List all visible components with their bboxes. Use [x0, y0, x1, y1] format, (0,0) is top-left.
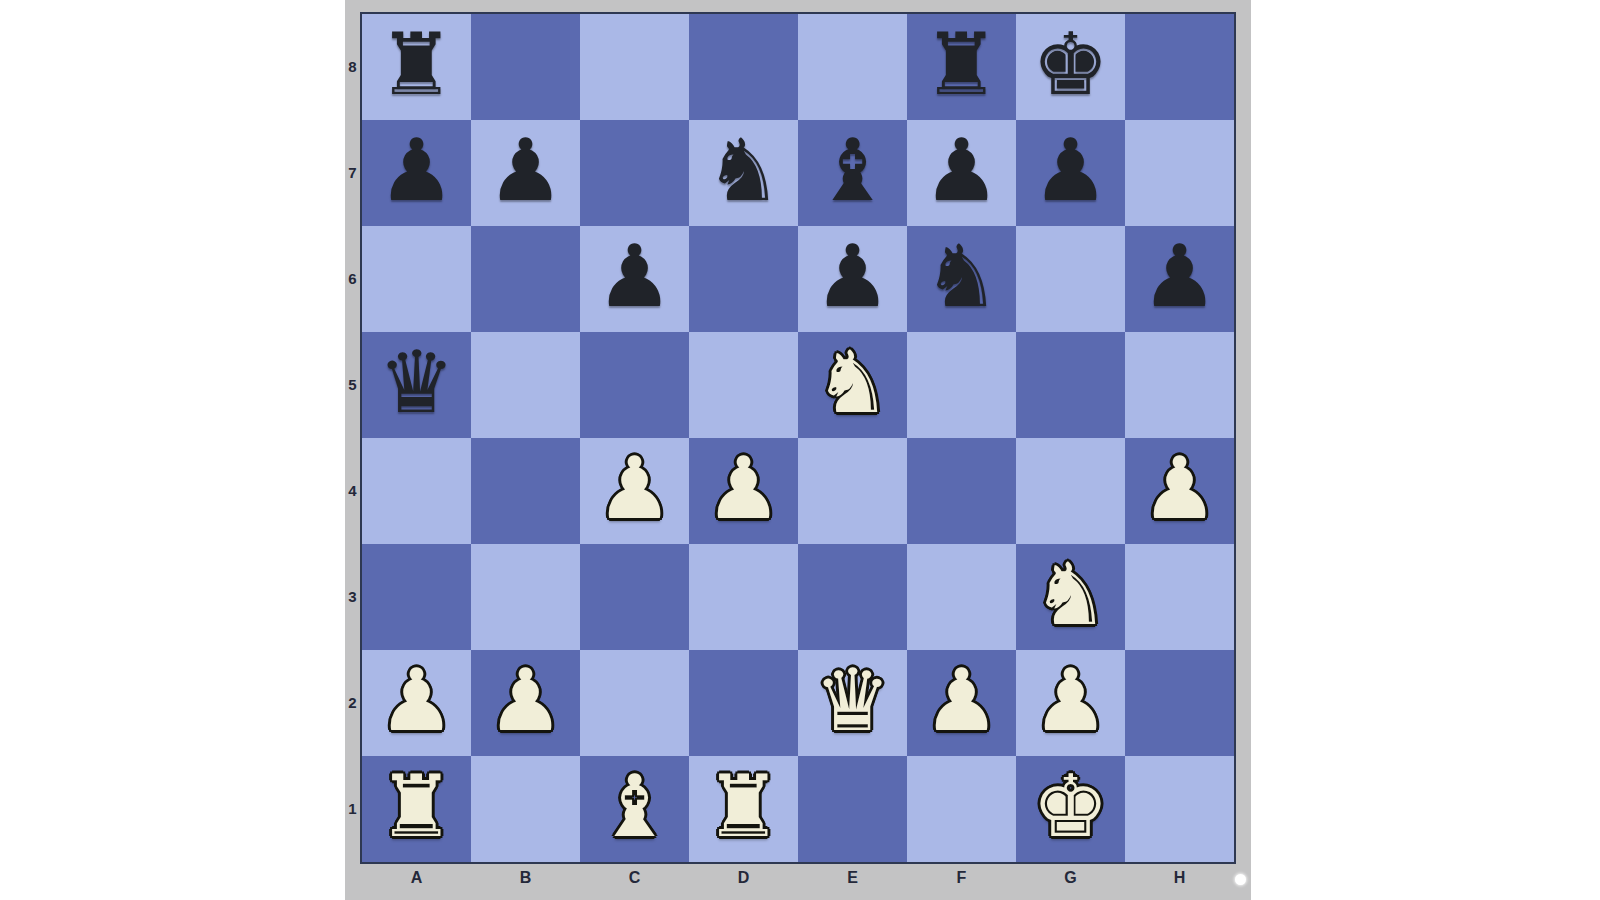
file-label-g: G: [1016, 866, 1125, 890]
rank-label-3: 3: [345, 544, 360, 650]
square-a3[interactable]: [362, 544, 471, 650]
square-c5[interactable]: [580, 332, 689, 438]
piece-white-pawn-f2[interactable]: ♟: [923, 657, 1000, 743]
square-g4[interactable]: [1016, 438, 1125, 544]
piece-white-knight-e5[interactable]: ♞: [814, 339, 891, 425]
square-h6[interactable]: ♟: [1125, 226, 1234, 332]
square-b1[interactable]: [471, 756, 580, 862]
square-h5[interactable]: [1125, 332, 1234, 438]
square-a7[interactable]: ♟: [362, 120, 471, 226]
resize-grip-dot[interactable]: [1235, 874, 1246, 885]
square-f7[interactable]: ♟: [907, 120, 1016, 226]
rank-label-7: 7: [345, 120, 360, 226]
square-b7[interactable]: ♟: [471, 120, 580, 226]
square-d1[interactable]: ♜: [689, 756, 798, 862]
square-a8[interactable]: ♜: [362, 14, 471, 120]
rank-label-4: 4: [345, 438, 360, 544]
piece-black-knight-f6[interactable]: ♞: [923, 233, 1000, 319]
piece-white-knight-g3[interactable]: ♞: [1032, 551, 1109, 637]
square-d5[interactable]: [689, 332, 798, 438]
square-b3[interactable]: [471, 544, 580, 650]
square-e5[interactable]: ♞: [798, 332, 907, 438]
square-d6[interactable]: [689, 226, 798, 332]
square-b8[interactable]: [471, 14, 580, 120]
square-b2[interactable]: ♟: [471, 650, 580, 756]
square-g2[interactable]: ♟: [1016, 650, 1125, 756]
square-h4[interactable]: ♟: [1125, 438, 1234, 544]
square-h8[interactable]: [1125, 14, 1234, 120]
piece-white-pawn-a2[interactable]: ♟: [378, 657, 455, 743]
square-f8[interactable]: ♜: [907, 14, 1016, 120]
square-d4[interactable]: ♟: [689, 438, 798, 544]
piece-white-pawn-h4[interactable]: ♟: [1141, 445, 1218, 531]
piece-white-queen-e2[interactable]: ♛: [814, 657, 891, 743]
square-e6[interactable]: ♟: [798, 226, 907, 332]
piece-white-rook-d1[interactable]: ♜: [705, 763, 782, 849]
square-a1[interactable]: ♜: [362, 756, 471, 862]
square-e1[interactable]: [798, 756, 907, 862]
file-label-b: B: [471, 866, 580, 890]
piece-black-pawn-a7[interactable]: ♟: [378, 127, 455, 213]
file-label-c: C: [580, 866, 689, 890]
square-c4[interactable]: ♟: [580, 438, 689, 544]
square-b5[interactable]: [471, 332, 580, 438]
file-label-f: F: [907, 866, 1016, 890]
square-h3[interactable]: [1125, 544, 1234, 650]
square-f1[interactable]: [907, 756, 1016, 862]
piece-black-pawn-c6[interactable]: ♟: [596, 233, 673, 319]
piece-black-bishop-e7[interactable]: ♝: [814, 127, 891, 213]
square-a5[interactable]: ♛: [362, 332, 471, 438]
square-c1[interactable]: ♝: [580, 756, 689, 862]
square-a6[interactable]: [362, 226, 471, 332]
square-f3[interactable]: [907, 544, 1016, 650]
square-c2[interactable]: [580, 650, 689, 756]
square-e4[interactable]: [798, 438, 907, 544]
square-f4[interactable]: [907, 438, 1016, 544]
piece-white-pawn-c4[interactable]: ♟: [596, 445, 673, 531]
piece-black-king-g8[interactable]: ♚: [1032, 21, 1109, 107]
piece-white-king-g1[interactable]: ♚: [1032, 763, 1109, 849]
rank-label-2: 2: [345, 650, 360, 756]
piece-white-rook-a1[interactable]: ♜: [378, 763, 455, 849]
piece-black-pawn-h6[interactable]: ♟: [1141, 233, 1218, 319]
square-c6[interactable]: ♟: [580, 226, 689, 332]
square-c3[interactable]: [580, 544, 689, 650]
piece-black-pawn-b7[interactable]: ♟: [487, 127, 564, 213]
piece-black-pawn-f7[interactable]: ♟: [923, 127, 1000, 213]
square-d2[interactable]: [689, 650, 798, 756]
square-e3[interactable]: [798, 544, 907, 650]
rank-label-6: 6: [345, 226, 360, 332]
file-label-d: D: [689, 866, 798, 890]
piece-black-knight-d7[interactable]: ♞: [705, 127, 782, 213]
square-h2[interactable]: [1125, 650, 1234, 756]
file-label-h: H: [1125, 866, 1234, 890]
chess-board: ♜♜♚♟♟♞♝♟♟♟♟♞♟♛♞♟♟♟♞♟♟♛♟♟♜♝♜♚: [360, 12, 1236, 864]
piece-black-rook-f8[interactable]: ♜: [923, 21, 1000, 107]
square-a2[interactable]: ♟: [362, 650, 471, 756]
square-g6[interactable]: [1016, 226, 1125, 332]
square-h7[interactable]: [1125, 120, 1234, 226]
square-g1[interactable]: ♚: [1016, 756, 1125, 862]
square-f5[interactable]: [907, 332, 1016, 438]
piece-white-pawn-d4[interactable]: ♟: [705, 445, 782, 531]
square-g5[interactable]: [1016, 332, 1125, 438]
square-g7[interactable]: ♟: [1016, 120, 1125, 226]
square-e7[interactable]: ♝: [798, 120, 907, 226]
piece-white-pawn-b2[interactable]: ♟: [487, 657, 564, 743]
piece-black-rook-a8[interactable]: ♜: [378, 21, 455, 107]
square-d3[interactable]: [689, 544, 798, 650]
square-d8[interactable]: [689, 14, 798, 120]
square-a4[interactable]: [362, 438, 471, 544]
square-f6[interactable]: ♞: [907, 226, 1016, 332]
square-g8[interactable]: ♚: [1016, 14, 1125, 120]
square-b4[interactable]: [471, 438, 580, 544]
piece-black-queen-a5[interactable]: ♛: [378, 339, 455, 425]
square-e8[interactable]: [798, 14, 907, 120]
square-c7[interactable]: [580, 120, 689, 226]
square-f2[interactable]: ♟: [907, 650, 1016, 756]
piece-black-pawn-e6[interactable]: ♟: [814, 233, 891, 319]
square-e2[interactable]: ♛: [798, 650, 907, 756]
rank-label-8: 8: [345, 14, 360, 120]
piece-white-pawn-g2[interactable]: ♟: [1032, 657, 1109, 743]
board-frame: ♜♜♚♟♟♞♝♟♟♟♟♞♟♛♞♟♟♟♞♟♟♛♟♟♜♝♜♚ 87654321 AB…: [345, 0, 1251, 900]
square-b6[interactable]: [471, 226, 580, 332]
square-g3[interactable]: ♞: [1016, 544, 1125, 650]
piece-white-bishop-c1[interactable]: ♝: [596, 763, 673, 849]
file-label-a: A: [362, 866, 471, 890]
square-h1[interactable]: [1125, 756, 1234, 862]
piece-black-pawn-g7[interactable]: ♟: [1032, 127, 1109, 213]
file-label-e: E: [798, 866, 907, 890]
rank-label-1: 1: [345, 756, 360, 862]
square-c8[interactable]: [580, 14, 689, 120]
square-d7[interactable]: ♞: [689, 120, 798, 226]
rank-label-5: 5: [345, 332, 360, 438]
